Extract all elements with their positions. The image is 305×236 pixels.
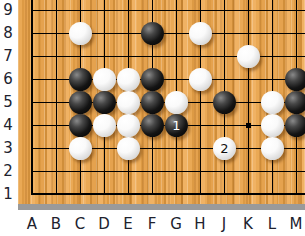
stone-white-L3[interactable] (261, 137, 284, 160)
grid-line-row-2 (31, 171, 305, 172)
stone-black-C6[interactable] (69, 68, 92, 91)
go-board[interactable]: 12 (18, 0, 305, 204)
grid-line-col-K (248, 0, 249, 195)
row-label-6: 6 (0, 70, 16, 88)
star-point-K4 (246, 123, 251, 128)
grid-line-col-A (31, 0, 33, 195)
row-label-8: 8 (0, 24, 16, 42)
stone-black-M5[interactable] (285, 91, 305, 114)
row-label-4: 4 (0, 116, 16, 134)
grid-line-row-7 (31, 56, 305, 57)
col-label-C: C (71, 215, 89, 233)
stone-white-L5[interactable] (261, 91, 284, 114)
stone-black-F5[interactable] (141, 91, 164, 114)
col-label-G: G (167, 215, 185, 233)
stone-black-J5[interactable] (213, 91, 236, 114)
stone-white-E4[interactable] (117, 114, 140, 137)
stone-black-F8[interactable] (141, 22, 164, 45)
row-label-9: 9 (0, 1, 16, 19)
board-shadow (18, 204, 305, 210)
stone-black-C4[interactable] (69, 114, 92, 137)
stone-black-D5[interactable] (93, 91, 116, 114)
grid-line-col-B (56, 0, 57, 195)
stone-white-C8[interactable] (69, 22, 92, 45)
stone-white-K7[interactable] (237, 45, 260, 68)
col-label-J: J (215, 215, 233, 233)
row-label-7: 7 (0, 47, 16, 65)
col-label-L: L (263, 215, 281, 233)
stone-black-M6[interactable] (285, 68, 305, 91)
stone-white-J3[interactable]: 2 (213, 137, 236, 160)
row-label-1: 1 (0, 185, 16, 203)
col-label-A: A (23, 215, 41, 233)
row-label-3: 3 (0, 139, 16, 157)
stone-white-E6[interactable] (117, 68, 140, 91)
stone-white-H6[interactable] (189, 68, 212, 91)
stone-white-D4[interactable] (93, 114, 116, 137)
grid-line-row-1 (31, 193, 305, 195)
col-label-H: H (191, 215, 209, 233)
move-number-label: 1 (172, 119, 180, 132)
stone-white-G5[interactable] (165, 91, 188, 114)
page: 12 987654321ABCDEFGHJKLM (0, 0, 305, 236)
stone-white-E3[interactable] (117, 137, 140, 160)
col-label-F: F (143, 215, 161, 233)
stone-black-M4[interactable] (285, 114, 305, 137)
col-label-M: M (287, 215, 305, 233)
stone-white-E5[interactable] (117, 91, 140, 114)
col-label-B: B (47, 215, 65, 233)
stone-black-F4[interactable] (141, 114, 164, 137)
stone-black-F6[interactable] (141, 68, 164, 91)
stone-black-G4[interactable]: 1 (165, 114, 188, 137)
row-label-2: 2 (0, 162, 16, 180)
col-label-K: K (239, 215, 257, 233)
stone-black-C5[interactable] (69, 91, 92, 114)
stone-white-H8[interactable] (189, 22, 212, 45)
row-label-5: 5 (0, 93, 16, 111)
stone-white-C3[interactable] (69, 137, 92, 160)
stone-white-L4[interactable] (261, 114, 284, 137)
move-number-label: 2 (220, 142, 228, 155)
col-label-D: D (95, 215, 113, 233)
grid-line-row-9 (31, 10, 305, 11)
col-label-E: E (119, 215, 137, 233)
stone-white-D6[interactable] (93, 68, 116, 91)
